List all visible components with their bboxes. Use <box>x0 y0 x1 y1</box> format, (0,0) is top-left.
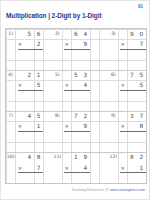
footer-url: www.tutoringhour.com <box>110 188 145 192</box>
multiplicand-tens: 4 <box>25 111 34 121</box>
answer-line <box>18 131 43 132</box>
answer-line <box>18 90 43 91</box>
answer-line <box>120 90 145 91</box>
problem-label: 12) <box>109 152 118 162</box>
multiplicand-tens: 6 <box>71 29 80 39</box>
multiplicand-ones: 9 <box>81 152 90 162</box>
multiplicand-tens: 1 <box>71 152 80 162</box>
multiplicand-ones: 8 <box>34 152 43 162</box>
multiplicand-ones: 5 <box>34 111 43 121</box>
page-number: 91 <box>138 4 143 9</box>
problem-label: 6) <box>109 70 118 80</box>
answer-line <box>64 172 89 173</box>
problem-label: 2) <box>53 29 62 39</box>
multiplicand-tens: 3 <box>127 111 136 121</box>
multiplicand-ones: 5 <box>137 70 146 80</box>
graph-paper-grid: 1)56×22)64×93)90×74)21×55)53×46)75×57)45… <box>5 28 147 184</box>
multiplicand-tens: 4 <box>25 152 34 162</box>
problem-label: 3) <box>109 29 118 39</box>
multiplicand-ones: 0 <box>137 29 146 39</box>
answer-line <box>64 90 89 91</box>
problem-label: 8) <box>53 111 62 121</box>
multiplicand-ones: 7 <box>137 111 146 121</box>
multiplicand-tens: 5 <box>71 70 80 80</box>
multiplicand-tens: 2 <box>25 70 34 80</box>
multiplicand-tens: 9 <box>127 29 136 39</box>
multiplicand-ones: 2 <box>137 152 146 162</box>
multiplicand-ones: 4 <box>81 29 90 39</box>
multiplicand-tens: 7 <box>71 111 80 121</box>
answer-line <box>120 131 145 132</box>
multiplicand-tens: 8 <box>127 152 136 162</box>
multiplicand-ones: 6 <box>34 29 43 39</box>
problem-label: 7) <box>6 111 15 121</box>
footer-credit-text: Teaching Resources @ <box>71 188 109 192</box>
problem-label: 11) <box>53 152 62 162</box>
problem-label: 9) <box>109 111 118 121</box>
answer-line <box>18 49 43 50</box>
answer-line <box>120 49 145 50</box>
multiplicand-ones: 2 <box>81 111 90 121</box>
answer-line <box>64 131 89 132</box>
answer-line <box>120 172 145 173</box>
multiplicand-tens: 7 <box>127 70 136 80</box>
answer-line <box>18 172 43 173</box>
worksheet-title: Multiplication | 2-Digit by 1-Digit <box>6 12 101 19</box>
multiplicand-tens: 5 <box>25 29 34 39</box>
problem-label: 4) <box>6 70 15 80</box>
multiplicand-ones: 3 <box>81 70 90 80</box>
problem-label: 1) <box>6 29 15 39</box>
problem-label: 5) <box>53 70 62 80</box>
footer-credit: Teaching Resources @ www.tutoringhour.co… <box>71 188 145 192</box>
multiplicand-ones: 1 <box>34 70 43 80</box>
worksheet-page: 91 Multiplication | 2-Digit by 1-Digit 1… <box>0 0 150 200</box>
answer-line <box>64 49 89 50</box>
problem-label: 10) <box>6 152 15 162</box>
